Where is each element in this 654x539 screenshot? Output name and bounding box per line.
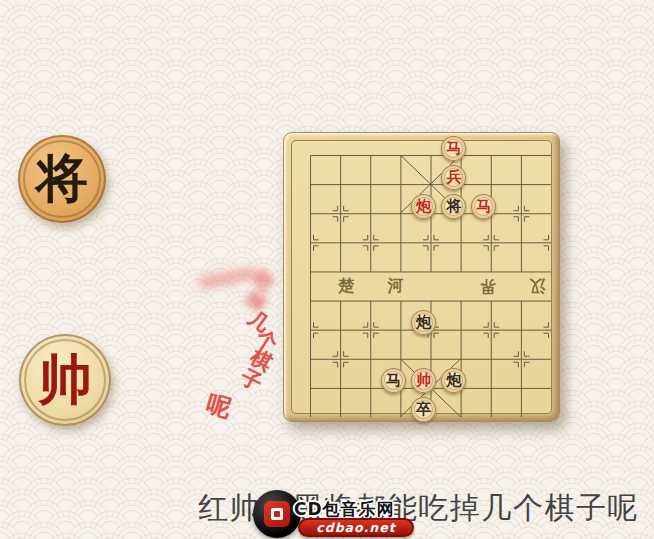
piece-red-炮[interactable]: 炮 bbox=[411, 194, 436, 219]
river-text-chuhe: 楚 河 bbox=[338, 276, 418, 296]
watermark-logo-dot bbox=[274, 511, 280, 517]
piece-ring bbox=[23, 140, 101, 218]
xiangqi-board: 楚 河 汉 界 马兵炮将马炮马帅炮卒 bbox=[283, 132, 560, 422]
piece-red-兵[interactable]: 兵 bbox=[441, 165, 466, 190]
watermark-domain-badge: cdbao.net bbox=[298, 518, 414, 537]
black-general-large-piece: 将 bbox=[18, 135, 106, 223]
piece-red-马[interactable]: 马 bbox=[441, 136, 466, 161]
river-text-hanjie: 汉 界 bbox=[466, 276, 546, 296]
piece-black-炮[interactable]: 炮 bbox=[411, 310, 436, 335]
piece-black-将[interactable]: 将 bbox=[441, 194, 466, 219]
red-general-large-piece: 帅 bbox=[19, 334, 111, 426]
piece-black-卒[interactable]: 卒 bbox=[411, 397, 436, 422]
board-field: 楚 河 汉 界 马兵炮将马炮马帅炮卒 bbox=[291, 140, 552, 414]
watermark-logo-square bbox=[264, 501, 290, 527]
piece-ring bbox=[24, 339, 106, 421]
floating-char: 呢 bbox=[203, 387, 235, 424]
watermark: CD包音乐网 cdbao.net bbox=[253, 487, 421, 539]
piece-red-马[interactable]: 马 bbox=[471, 194, 496, 219]
